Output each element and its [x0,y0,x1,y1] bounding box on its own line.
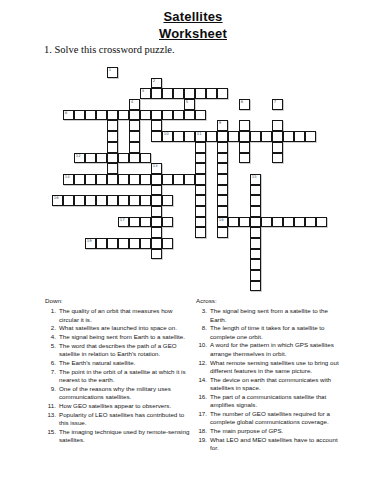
crossword-cell[interactable] [217,142,228,153]
empty-space [294,153,305,164]
crossword-cell[interactable] [151,120,162,131]
empty-space [52,163,63,174]
empty-space [96,99,107,110]
empty-space [74,185,85,196]
crossword-cell[interactable] [184,110,195,121]
clue-item: 16.The part of a communications satellit… [196,393,346,410]
empty-space [52,120,63,131]
crossword-cell[interactable] [250,281,261,292]
empty-space [316,110,327,121]
crossword-cell[interactable] [140,174,151,185]
empty-space [118,227,129,238]
crossword-cell[interactable] [129,217,140,228]
crossword-cell[interactable]: 9 [217,120,228,131]
empty-space [96,163,107,174]
clue-item: 10.A word for the pattern in which GPS s… [196,341,346,358]
crossword-cell[interactable] [272,142,283,153]
empty-space [294,142,305,153]
crossword-cell[interactable] [206,88,217,99]
empty-space [107,206,118,217]
crossword-cell[interactable] [151,88,162,99]
empty-space [162,281,173,292]
crossword-cell[interactable] [129,238,140,249]
crossword-cell[interactable]: 1 [107,67,118,78]
crossword-cell[interactable]: 14 [63,174,74,185]
empty-space [118,206,129,217]
empty-space [228,281,239,292]
crossword-cell[interactable] [129,142,140,153]
empty-space [294,78,305,89]
crossword-cell[interactable] [74,195,85,206]
crossword-cell[interactable] [272,217,283,228]
crossword-cell[interactable]: 6 [239,99,250,110]
empty-space [118,249,129,260]
crossword-cell[interactable]: 18 [217,217,228,228]
clue-item-number: 9. [45,385,56,402]
empty-space [316,78,327,89]
crossword-cell[interactable] [74,110,85,121]
crossword-cell[interactable]: 2 [151,78,162,89]
empty-space [283,67,294,78]
empty-space [272,163,283,174]
empty-space [85,206,96,217]
crossword-cell[interactable] [107,153,118,164]
empty-space [129,78,140,89]
crossword-cell[interactable] [305,217,316,228]
crossword-cell[interactable] [217,163,228,174]
empty-space [272,78,283,89]
empty-space [52,131,63,142]
clue-number-label: 6 [241,100,243,104]
empty-space [294,249,305,260]
empty-space [261,78,272,89]
clue-number-label: 5 [186,100,188,104]
empty-space [173,163,184,174]
crossword-cell[interactable] [129,131,140,142]
empty-space [316,206,327,217]
empty-space [85,78,96,89]
crossword-cell[interactable] [272,131,283,142]
empty-space [52,174,63,185]
clue-item-text: The Earth's natural satellite. [59,359,193,367]
empty-space [283,120,294,131]
crossword-cell[interactable] [118,153,129,164]
empty-space [107,259,118,270]
crossword-cell[interactable]: 8 [63,110,74,121]
empty-space [250,142,261,153]
crossword-cell[interactable] [140,110,151,121]
empty-space [261,281,272,292]
empty-space [173,142,184,153]
empty-space [173,270,184,281]
crossword-cell[interactable] [96,174,107,185]
empty-space [52,206,63,217]
crossword-cell[interactable] [107,163,118,174]
crossword-cell[interactable] [96,110,107,121]
crossword-cell[interactable] [129,110,140,121]
crossword-cell[interactable] [250,227,261,238]
crossword-cell[interactable] [228,217,239,228]
empty-space [239,238,250,249]
crossword-cell[interactable] [129,195,140,206]
empty-space [206,142,217,153]
empty-space [272,227,283,238]
crossword-cell[interactable] [162,88,173,99]
empty-space [107,88,118,99]
crossword-cell[interactable] [217,88,228,99]
empty-space [316,281,327,292]
crossword-cell[interactable] [195,206,206,217]
crossword-cell[interactable] [173,88,184,99]
crossword-cell[interactable] [162,195,173,206]
crossword-cell[interactable]: 5 [184,99,195,110]
crossword-cell[interactable] [261,217,272,228]
crossword-cell[interactable] [162,217,173,228]
empty-space [206,99,217,110]
crossword-cell[interactable] [96,195,107,206]
crossword-cell[interactable] [250,259,261,270]
empty-space [283,78,294,89]
empty-space [272,174,283,185]
crossword-cell[interactable] [140,238,151,249]
empty-space [151,270,162,281]
crossword-cell[interactable] [107,142,118,153]
crossword-cell[interactable] [173,131,184,142]
empty-space [283,270,294,281]
crossword-cell[interactable] [195,163,206,174]
empty-space [129,185,140,196]
empty-space [316,259,327,270]
clue-item-number: 14. [196,376,207,393]
empty-space [228,174,239,185]
crossword-cell[interactable] [85,153,96,164]
clue-item: 5.The word that describes the path of a … [45,342,193,359]
empty-space [184,281,195,292]
empty-space [250,78,261,89]
empty-space [85,281,96,292]
empty-space [305,163,316,174]
crossword-cell[interactable] [74,174,85,185]
crossword-cell[interactable] [184,131,195,142]
crossword-cell[interactable] [250,195,261,206]
clue-item-text: One of the reasons why the military uses… [59,385,193,402]
crossword-cell[interactable] [217,174,228,185]
crossword-cell[interactable] [195,185,206,196]
crossword-cell[interactable] [151,217,162,228]
crossword-cell[interactable] [162,238,173,249]
empty-space [96,270,107,281]
crossword-cell[interactable]: 4 [129,99,140,110]
empty-space [151,259,162,270]
crossword-cell[interactable]: 3 [140,88,151,99]
empty-space [250,120,261,131]
empty-space [316,131,327,142]
empty-space [96,185,107,196]
empty-space [129,88,140,99]
crossword-cell[interactable] [250,185,261,196]
crossword-cell[interactable] [107,120,118,131]
empty-space [74,120,85,131]
empty-space [184,238,195,249]
empty-space [52,270,63,281]
crossword-cell[interactable] [250,249,261,260]
crossword-cell[interactable] [250,206,261,217]
empty-space [305,88,316,99]
crossword-cell[interactable] [239,153,250,164]
empty-space [228,195,239,206]
crossword-cell[interactable] [118,195,129,206]
empty-space [129,259,140,270]
empty-space [184,195,195,206]
crossword-cell[interactable] [96,238,107,249]
empty-space [261,174,272,185]
crossword-cell[interactable] [261,131,272,142]
clue-item-number: 2. [45,324,56,332]
empty-space [118,281,129,292]
crossword-cell[interactable] [272,153,283,164]
crossword-cell[interactable] [239,131,250,142]
crossword-cell[interactable] [85,195,96,206]
empty-space [184,153,195,164]
crossword-cell[interactable] [217,153,228,164]
empty-space [206,217,217,228]
crossword-cell[interactable] [217,131,228,142]
empty-space [283,281,294,292]
empty-space [305,270,316,281]
crossword-cell[interactable] [316,217,327,228]
empty-space [52,227,63,238]
crossword-cell[interactable] [250,131,261,142]
empty-space [239,185,250,196]
crossword-cell[interactable] [195,142,206,153]
crossword-cell[interactable] [250,238,261,249]
empty-space [294,270,305,281]
crossword-cell[interactable] [107,195,118,206]
crossword-cell[interactable] [140,217,151,228]
crossword-cell[interactable] [173,110,184,121]
clue-item-number: 16. [196,393,207,410]
crossword-cell[interactable] [250,217,261,228]
crossword-cell[interactable] [162,110,173,121]
empty-space [107,281,118,292]
crossword-cell[interactable]: 19 [85,238,96,249]
crossword-cell[interactable] [195,88,206,99]
crossword-cell[interactable] [107,238,118,249]
crossword-cell[interactable] [250,270,261,281]
empty-space [63,153,74,164]
empty-space [195,259,206,270]
crossword-cell[interactable]: 11 [195,131,206,142]
crossword-cell[interactable] [294,131,305,142]
crossword-cell[interactable] [118,174,129,185]
empty-space [85,131,96,142]
clue-number-label: 13 [153,164,158,168]
empty-space [316,88,327,99]
empty-space [107,78,118,89]
crossword-cell[interactable] [151,174,162,185]
crossword-cell[interactable] [283,217,294,228]
crossword-cell[interactable] [107,110,118,121]
crossword-cell[interactable] [217,195,228,206]
crossword-cell[interactable] [206,131,217,142]
crossword-cell[interactable] [129,153,140,164]
crossword-cell[interactable] [184,88,195,99]
crossword-cell[interactable] [195,217,206,228]
crossword-cell[interactable] [140,153,151,164]
crossword-cell[interactable] [151,227,162,238]
empty-space [184,185,195,196]
crossword-cell[interactable] [151,249,162,260]
clue-item-text: The length of time it takes for a satell… [210,324,346,341]
crossword-cell[interactable] [162,174,173,185]
crossword-cell[interactable] [217,206,228,217]
empty-space [52,217,63,228]
clue-item: 19.What LEO and MEO satellites have to a… [196,436,346,453]
clue-item-text: What remote sensing satellites use to br… [210,359,346,376]
crossword-cell[interactable] [63,195,74,206]
crossword-cell[interactable] [217,227,228,238]
crossword-cell[interactable] [151,131,162,142]
crossword-cell[interactable] [118,110,129,121]
clue-item: 2.What satellites are launched into spac… [45,324,193,332]
empty-space [283,206,294,217]
crossword-cell[interactable] [85,110,96,121]
empty-space [228,88,239,99]
crossword-cell[interactable] [96,153,107,164]
empty-space [118,120,129,131]
clue-item: 15.The imaging technique used by remote-… [45,428,193,445]
empty-space [85,249,96,260]
empty-space [129,67,140,78]
empty-space [305,99,316,110]
clue-item-text: The word that describes the path of a GE… [59,342,193,359]
empty-space [294,227,305,238]
empty-space [52,281,63,292]
empty-space [52,110,63,121]
clue-item-text: The imaging technique used by remote-sen… [59,428,193,445]
empty-space [162,227,173,238]
empty-space [129,206,140,217]
crossword-cell[interactable] [151,206,162,217]
clue-item-number: 12. [196,359,207,376]
empty-space [118,185,129,196]
empty-space [239,281,250,292]
crossword-cell[interactable] [151,195,162,206]
empty-space [283,88,294,99]
empty-space [85,259,96,270]
empty-space [316,227,327,238]
crossword-cell[interactable] [118,238,129,249]
crossword-cell[interactable]: 15 [250,174,261,185]
crossword-cell[interactable] [129,174,140,185]
crossword-cell[interactable] [151,238,162,249]
crossword-cell[interactable] [272,120,283,131]
crossword-cell[interactable]: 10 [162,131,173,142]
empty-space [305,120,316,131]
crossword-cell[interactable]: 13 [151,163,162,174]
crossword-cell[interactable] [195,227,206,238]
clue-number-label: 16 [54,196,59,200]
crossword-cell[interactable]: 7 [272,99,283,110]
empty-space [184,206,195,217]
empty-space [305,259,316,270]
empty-space [250,67,261,78]
crossword-cell[interactable] [195,174,206,185]
crossword-cell[interactable] [239,120,250,131]
crossword-cell[interactable] [151,110,162,121]
empty-space [206,238,217,249]
empty-space [129,270,140,281]
empty-space [52,238,63,249]
clue-number-label: 4 [131,100,133,104]
empty-space [173,217,184,228]
empty-space [206,270,217,281]
empty-space [195,120,206,131]
empty-space [272,110,283,121]
crossword-cell[interactable]: 12 [74,153,85,164]
empty-space [140,259,151,270]
crossword-cell[interactable] [173,174,184,185]
crossword-cell[interactable] [195,153,206,164]
empty-space [272,67,283,78]
empty-space [217,67,228,78]
crossword-cell[interactable] [195,110,206,121]
empty-space [206,163,217,174]
empty-space [316,153,327,164]
empty-space [74,131,85,142]
crossword-cell[interactable] [140,195,151,206]
crossword-cell[interactable] [151,185,162,196]
crossword-cell[interactable]: 17 [118,217,129,228]
crossword-cell[interactable]: 16 [52,195,63,206]
clue-item: 4.The signal being sent from Earth to a … [45,333,193,341]
crossword-cell[interactable] [85,174,96,185]
crossword-cell[interactable] [195,195,206,206]
crossword-cell[interactable] [294,217,305,228]
crossword-cell[interactable] [283,131,294,142]
crossword-cell[interactable] [239,142,250,153]
crossword-cell[interactable] [107,174,118,185]
crossword-cell[interactable] [107,131,118,142]
empty-space [85,99,96,110]
crossword-cell[interactable] [184,174,195,185]
clue-item-number: 13. [45,411,56,428]
crossword-cell[interactable] [228,131,239,142]
empty-space [173,281,184,292]
down-clues-list: Down: 1.The quality of an orbit that mea… [45,297,193,445]
empty-space [294,99,305,110]
empty-space [294,238,305,249]
empty-space [184,249,195,260]
clue-item-text: The signal being sent from Earth to a sa… [59,333,193,341]
empty-space [140,67,151,78]
empty-space [162,163,173,174]
crossword-cell[interactable] [305,131,316,142]
crossword-cell[interactable] [239,217,250,228]
empty-space [74,281,85,292]
empty-space [63,238,74,249]
empty-space [206,153,217,164]
crossword-cell[interactable] [217,185,228,196]
empty-space [162,249,173,260]
empty-space [305,153,316,164]
clue-item: 18.The main purpose of GPS. [196,427,346,435]
crossword-cell[interactable] [129,120,140,131]
empty-space [151,99,162,110]
empty-space [63,217,74,228]
empty-space [52,249,63,260]
empty-space [217,78,228,89]
